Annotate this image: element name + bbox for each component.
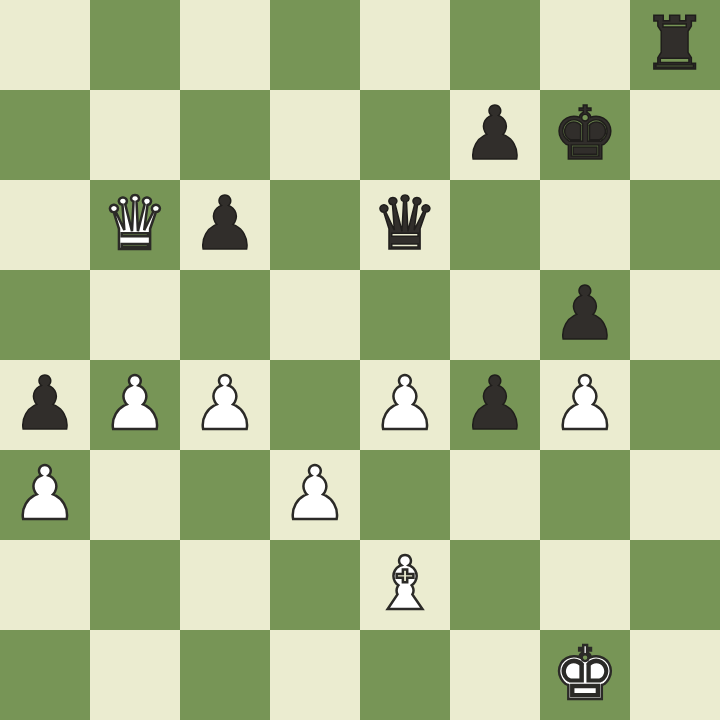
square-f8[interactable] bbox=[450, 0, 540, 90]
piece-black-pawn[interactable]: ♟ bbox=[552, 268, 618, 358]
square-e3[interactable] bbox=[360, 450, 450, 540]
piece-black-pawn[interactable]: ♟ bbox=[12, 358, 78, 448]
square-b7[interactable] bbox=[90, 90, 180, 180]
square-e6[interactable]: ♛ bbox=[360, 180, 450, 270]
square-d1[interactable] bbox=[270, 630, 360, 720]
square-c8[interactable] bbox=[180, 0, 270, 90]
piece-white-pawn[interactable]: ♟ bbox=[192, 358, 258, 448]
square-f7[interactable]: ♟ bbox=[450, 90, 540, 180]
square-h5[interactable] bbox=[630, 270, 720, 360]
square-b8[interactable] bbox=[90, 0, 180, 90]
square-c5[interactable] bbox=[180, 270, 270, 360]
square-g8[interactable] bbox=[540, 0, 630, 90]
square-a2[interactable] bbox=[0, 540, 90, 630]
square-g7[interactable]: ♚ bbox=[540, 90, 630, 180]
square-b1[interactable] bbox=[90, 630, 180, 720]
piece-black-king[interactable]: ♚ bbox=[552, 88, 618, 178]
piece-white-queen[interactable]: ♛ bbox=[102, 178, 168, 268]
square-d2[interactable] bbox=[270, 540, 360, 630]
chess-board: ♜♟♚♛♟♛♟♟♟♟♟♟♟♟♟♝♚ bbox=[0, 0, 720, 720]
square-g3[interactable] bbox=[540, 450, 630, 540]
square-d6[interactable] bbox=[270, 180, 360, 270]
square-c7[interactable] bbox=[180, 90, 270, 180]
piece-white-king[interactable]: ♚ bbox=[552, 628, 618, 718]
piece-white-pawn[interactable]: ♟ bbox=[102, 358, 168, 448]
square-a1[interactable] bbox=[0, 630, 90, 720]
piece-black-rook[interactable]: ♜ bbox=[642, 0, 708, 88]
square-e4[interactable]: ♟ bbox=[360, 360, 450, 450]
piece-black-pawn[interactable]: ♟ bbox=[462, 358, 528, 448]
piece-white-pawn[interactable]: ♟ bbox=[372, 358, 438, 448]
square-b2[interactable] bbox=[90, 540, 180, 630]
piece-white-pawn[interactable]: ♟ bbox=[282, 448, 348, 538]
piece-white-pawn[interactable]: ♟ bbox=[552, 358, 618, 448]
square-f6[interactable] bbox=[450, 180, 540, 270]
square-a5[interactable] bbox=[0, 270, 90, 360]
square-g2[interactable] bbox=[540, 540, 630, 630]
square-e8[interactable] bbox=[360, 0, 450, 90]
piece-black-queen[interactable]: ♛ bbox=[372, 178, 438, 268]
square-f5[interactable] bbox=[450, 270, 540, 360]
square-a3[interactable]: ♟ bbox=[0, 450, 90, 540]
square-a8[interactable] bbox=[0, 0, 90, 90]
square-b5[interactable] bbox=[90, 270, 180, 360]
square-h4[interactable] bbox=[630, 360, 720, 450]
square-a7[interactable] bbox=[0, 90, 90, 180]
square-e2[interactable]: ♝ bbox=[360, 540, 450, 630]
piece-black-pawn[interactable]: ♟ bbox=[462, 88, 528, 178]
square-g1[interactable]: ♚ bbox=[540, 630, 630, 720]
square-f2[interactable] bbox=[450, 540, 540, 630]
square-d4[interactable] bbox=[270, 360, 360, 450]
square-e1[interactable] bbox=[360, 630, 450, 720]
square-g4[interactable]: ♟ bbox=[540, 360, 630, 450]
square-g6[interactable] bbox=[540, 180, 630, 270]
piece-black-pawn[interactable]: ♟ bbox=[192, 178, 258, 268]
square-g5[interactable]: ♟ bbox=[540, 270, 630, 360]
square-h6[interactable] bbox=[630, 180, 720, 270]
square-d5[interactable] bbox=[270, 270, 360, 360]
square-c1[interactable] bbox=[180, 630, 270, 720]
square-c3[interactable] bbox=[180, 450, 270, 540]
square-e5[interactable] bbox=[360, 270, 450, 360]
square-d3[interactable]: ♟ bbox=[270, 450, 360, 540]
square-d7[interactable] bbox=[270, 90, 360, 180]
square-h8[interactable]: ♜ bbox=[630, 0, 720, 90]
piece-white-pawn[interactable]: ♟ bbox=[12, 448, 78, 538]
square-a4[interactable]: ♟ bbox=[0, 360, 90, 450]
square-h1[interactable] bbox=[630, 630, 720, 720]
square-h2[interactable] bbox=[630, 540, 720, 630]
square-d8[interactable] bbox=[270, 0, 360, 90]
square-c2[interactable] bbox=[180, 540, 270, 630]
square-h3[interactable] bbox=[630, 450, 720, 540]
square-c6[interactable]: ♟ bbox=[180, 180, 270, 270]
square-e7[interactable] bbox=[360, 90, 450, 180]
square-f3[interactable] bbox=[450, 450, 540, 540]
square-a6[interactable] bbox=[0, 180, 90, 270]
square-b4[interactable]: ♟ bbox=[90, 360, 180, 450]
piece-white-bishop[interactable]: ♝ bbox=[372, 538, 438, 628]
square-b6[interactable]: ♛ bbox=[90, 180, 180, 270]
square-c4[interactable]: ♟ bbox=[180, 360, 270, 450]
square-h7[interactable] bbox=[630, 90, 720, 180]
square-f1[interactable] bbox=[450, 630, 540, 720]
square-f4[interactable]: ♟ bbox=[450, 360, 540, 450]
square-b3[interactable] bbox=[90, 450, 180, 540]
